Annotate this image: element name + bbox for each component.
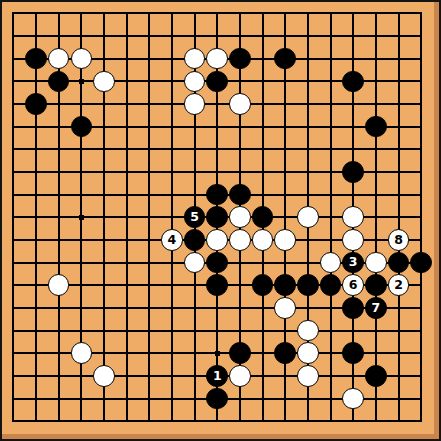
- stone-white: [184, 48, 206, 70]
- stone-white: [342, 206, 364, 228]
- stone-white: [274, 229, 296, 251]
- stones-layer: 54836271: [2, 2, 432, 432]
- stone-black: [206, 274, 228, 296]
- stone-white: [48, 48, 70, 70]
- stone-black: [274, 48, 296, 70]
- stone-black: 3: [342, 252, 364, 274]
- stone-white: [206, 229, 228, 251]
- stone-white: [274, 297, 296, 319]
- stone-black: 7: [365, 297, 387, 319]
- stone-white: [71, 342, 93, 364]
- stone-black: [274, 274, 296, 296]
- stone-white: [342, 229, 364, 251]
- stone-white: [297, 206, 319, 228]
- move-number-label: 1: [213, 370, 222, 383]
- stone-white: [229, 93, 251, 115]
- stone-white: [206, 48, 228, 70]
- move-number-label: 2: [394, 279, 403, 292]
- move-number-label: 3: [349, 256, 358, 269]
- stone-black: [206, 388, 228, 410]
- stone-black: 1: [206, 365, 228, 387]
- stone-black: [342, 71, 364, 93]
- stone-black: [365, 274, 387, 296]
- stone-white: [93, 71, 115, 93]
- stone-black: [320, 274, 342, 296]
- stone-black: [229, 184, 251, 206]
- stone-black: 5: [184, 206, 206, 228]
- stone-black: [342, 161, 364, 183]
- stone-black: [274, 342, 296, 364]
- stone-white: [184, 252, 206, 274]
- stone-black: [206, 184, 228, 206]
- stone-white: [48, 274, 70, 296]
- stone-white: [229, 229, 251, 251]
- stone-white: [297, 320, 319, 342]
- stone-black: [342, 342, 364, 364]
- move-number-label: 4: [168, 234, 177, 247]
- stone-white: [320, 252, 342, 274]
- stone-black: [365, 116, 387, 138]
- stone-white: [297, 365, 319, 387]
- stone-white: [297, 342, 319, 364]
- stone-black: [206, 206, 228, 228]
- move-number-label: 8: [394, 234, 403, 247]
- move-number-label: 7: [371, 302, 380, 315]
- stone-black: [206, 71, 228, 93]
- stone-white: 6: [342, 274, 364, 296]
- stone-white: [252, 229, 274, 251]
- move-number-label: 5: [190, 211, 199, 224]
- stone-black: [229, 48, 251, 70]
- stone-white: [93, 365, 115, 387]
- stone-black: [71, 116, 93, 138]
- stone-black: [252, 274, 274, 296]
- stone-black: [25, 48, 47, 70]
- stone-black: [252, 206, 274, 228]
- stone-white: [365, 252, 387, 274]
- move-number-label: 6: [349, 279, 358, 292]
- stone-black: [297, 274, 319, 296]
- stone-white: [184, 71, 206, 93]
- stone-white: [184, 93, 206, 115]
- stone-white: [71, 48, 93, 70]
- stone-white: [229, 365, 251, 387]
- stone-white: 2: [388, 274, 410, 296]
- stone-black: [342, 297, 364, 319]
- stone-white: 8: [388, 229, 410, 251]
- stone-black: [365, 365, 387, 387]
- stone-white: [342, 388, 364, 410]
- stone-black: [410, 252, 432, 274]
- stone-white: [229, 206, 251, 228]
- stone-black: [388, 252, 410, 274]
- stone-black: [25, 93, 47, 115]
- stone-white: 4: [161, 229, 183, 251]
- stone-black: [206, 252, 228, 274]
- go-board: 54836271: [0, 0, 441, 441]
- stone-black: [48, 71, 70, 93]
- stone-black: [229, 342, 251, 364]
- stone-black: [184, 229, 206, 251]
